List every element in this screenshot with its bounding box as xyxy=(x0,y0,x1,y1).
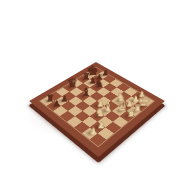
board-grid: ♜♛♜♚♟♟♟♟♟♝♞♟♞♝♞♟♟♛♟♟♟♜♜♚ xyxy=(40,68,153,146)
piece-black-queen: ♛ xyxy=(67,77,78,89)
piece-white-pawn: ♟ xyxy=(89,126,98,136)
piece-black-bishop: ♝ xyxy=(81,87,91,98)
piece-black-knight: ♞ xyxy=(95,79,104,89)
chess-set-photo: ♜♛♜♚♟♟♟♟♟♝♞♟♞♝♞♟♟♛♟♟♟♜♜♚ xyxy=(0,0,180,180)
piece-white-knight: ♞ xyxy=(95,107,106,119)
piece-black-pawn: ♟ xyxy=(53,99,61,108)
piece-white-rook: ♜ xyxy=(126,108,135,118)
photo-scene: ♜♛♜♚♟♟♟♟♟♝♞♟♞♝♞♟♟♛♟♟♟♜♜♚ xyxy=(0,0,180,180)
chess-board: ♜♛♜♚♟♟♟♟♟♝♞♟♞♝♞♟♟♛♟♟♟♜♜♚ xyxy=(29,62,165,157)
piece-black-pawn: ♟ xyxy=(60,94,68,103)
